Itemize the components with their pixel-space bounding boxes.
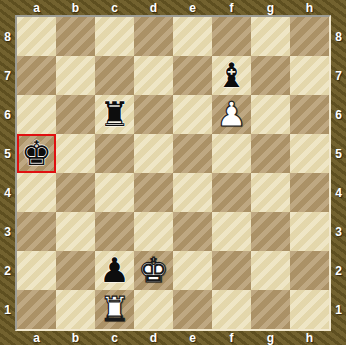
square-d2[interactable]: ♚ — [134, 251, 173, 290]
square-g8[interactable] — [251, 17, 290, 56]
square-c7[interactable] — [95, 56, 134, 95]
square-h2[interactable] — [290, 251, 329, 290]
square-d5[interactable] — [134, 134, 173, 173]
square-g6[interactable] — [251, 95, 290, 134]
square-a7[interactable] — [17, 56, 56, 95]
square-a3[interactable] — [17, 212, 56, 251]
square-g1[interactable] — [251, 290, 290, 329]
square-f8[interactable] — [212, 17, 251, 56]
square-b3[interactable] — [56, 212, 95, 251]
square-f2[interactable] — [212, 251, 251, 290]
square-d4[interactable] — [134, 173, 173, 212]
rank-labels-right: 87654321 — [331, 17, 346, 329]
file-label-h: h — [290, 0, 329, 15]
rank-label-8: 8 — [331, 17, 346, 56]
square-h8[interactable] — [290, 17, 329, 56]
file-label-b: b — [56, 0, 95, 15]
square-f1[interactable] — [212, 290, 251, 329]
square-b1[interactable] — [56, 290, 95, 329]
square-a5[interactable]: ♚ — [17, 134, 56, 173]
square-c1[interactable]: ♜ — [95, 290, 134, 329]
black-pawn: ♟ — [99, 251, 129, 290]
rank-label-5: 5 — [0, 134, 15, 173]
square-e2[interactable] — [173, 251, 212, 290]
rank-label-8: 8 — [0, 17, 15, 56]
square-g3[interactable] — [251, 212, 290, 251]
square-h3[interactable] — [290, 212, 329, 251]
square-d6[interactable] — [134, 95, 173, 134]
file-label-c: c — [95, 331, 134, 345]
square-a1[interactable] — [17, 290, 56, 329]
square-c6[interactable]: ♜ — [95, 95, 134, 134]
square-g2[interactable] — [251, 251, 290, 290]
file-label-f: f — [212, 331, 251, 345]
file-label-g: g — [251, 331, 290, 345]
rank-label-4: 4 — [0, 173, 15, 212]
square-e1[interactable] — [173, 290, 212, 329]
square-b5[interactable] — [56, 134, 95, 173]
square-f4[interactable] — [212, 173, 251, 212]
square-e7[interactable] — [173, 56, 212, 95]
file-labels-top: abcdefgh — [17, 0, 329, 15]
square-h1[interactable] — [290, 290, 329, 329]
square-a2[interactable] — [17, 251, 56, 290]
square-e4[interactable] — [173, 173, 212, 212]
rank-label-7: 7 — [0, 56, 15, 95]
square-b4[interactable] — [56, 173, 95, 212]
square-c2[interactable]: ♟ — [95, 251, 134, 290]
file-label-g: g — [251, 0, 290, 15]
square-b2[interactable] — [56, 251, 95, 290]
white-pawn: ♟ — [216, 95, 246, 134]
square-g4[interactable] — [251, 173, 290, 212]
rank-labels-left: 87654321 — [0, 17, 15, 329]
file-label-a: a — [17, 331, 56, 345]
square-c3[interactable] — [95, 212, 134, 251]
square-c4[interactable] — [95, 173, 134, 212]
square-c5[interactable] — [95, 134, 134, 173]
rank-label-2: 2 — [0, 251, 15, 290]
black-bishop: ♝ — [216, 56, 246, 95]
square-f7[interactable]: ♝ — [212, 56, 251, 95]
chess-board: ♝♜♟♚♟♚♜ — [15, 15, 331, 331]
square-e3[interactable] — [173, 212, 212, 251]
square-e5[interactable] — [173, 134, 212, 173]
square-e6[interactable] — [173, 95, 212, 134]
white-rook: ♜ — [99, 290, 129, 329]
file-label-e: e — [173, 0, 212, 15]
square-d7[interactable] — [134, 56, 173, 95]
black-rook: ♜ — [99, 95, 129, 134]
square-g7[interactable] — [251, 56, 290, 95]
square-e8[interactable] — [173, 17, 212, 56]
file-label-d: d — [134, 0, 173, 15]
square-b6[interactable] — [56, 95, 95, 134]
rank-label-2: 2 — [331, 251, 346, 290]
square-h4[interactable] — [290, 173, 329, 212]
file-label-a: a — [17, 0, 56, 15]
square-f6[interactable]: ♟ — [212, 95, 251, 134]
square-d8[interactable] — [134, 17, 173, 56]
square-h6[interactable] — [290, 95, 329, 134]
file-label-f: f — [212, 0, 251, 15]
file-labels-bottom: abcdefgh — [17, 331, 329, 345]
rank-label-3: 3 — [0, 212, 15, 251]
file-label-b: b — [56, 331, 95, 345]
square-c8[interactable] — [95, 17, 134, 56]
square-f5[interactable] — [212, 134, 251, 173]
white-king: ♚ — [138, 251, 168, 290]
square-a8[interactable] — [17, 17, 56, 56]
square-b8[interactable] — [56, 17, 95, 56]
square-f3[interactable] — [212, 212, 251, 251]
rank-label-3: 3 — [331, 212, 346, 251]
square-a4[interactable] — [17, 173, 56, 212]
rank-label-1: 1 — [331, 290, 346, 329]
square-h5[interactable] — [290, 134, 329, 173]
square-a6[interactable] — [17, 95, 56, 134]
square-h7[interactable] — [290, 56, 329, 95]
rank-label-6: 6 — [0, 95, 15, 134]
black-king: ♚ — [21, 134, 51, 173]
square-d3[interactable] — [134, 212, 173, 251]
rank-label-6: 6 — [331, 95, 346, 134]
rank-label-1: 1 — [0, 290, 15, 329]
rank-label-5: 5 — [331, 134, 346, 173]
square-d1[interactable] — [134, 290, 173, 329]
rank-label-7: 7 — [331, 56, 346, 95]
file-label-e: e — [173, 331, 212, 345]
file-label-c: c — [95, 0, 134, 15]
file-label-h: h — [290, 331, 329, 345]
square-g5[interactable] — [251, 134, 290, 173]
rank-label-4: 4 — [331, 173, 346, 212]
square-b7[interactable] — [56, 56, 95, 95]
chess-diagram: abcdefgh abcdefgh 87654321 87654321 ♝♜♟♚… — [0, 0, 346, 345]
file-label-d: d — [134, 331, 173, 345]
